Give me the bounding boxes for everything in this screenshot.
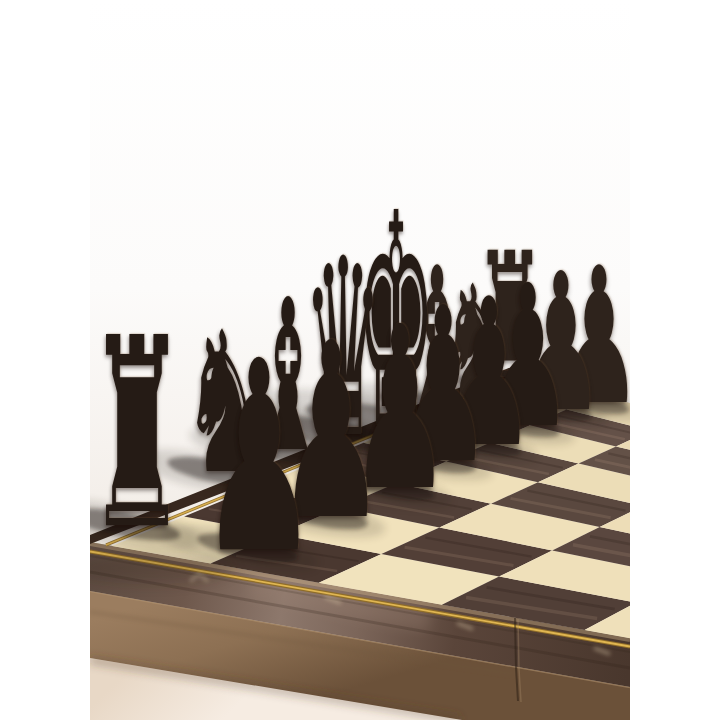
pieces-layer: ♜♞♝♛♚♝♞♜♟♟♟♟♟♟♟♟ [90,0,630,720]
chess-set-photo: ♜♞♝♛♚♝♞♜♟♟♟♟♟♟♟♟ [90,0,630,720]
piece-black-rook-a8[interactable]: ♜ [90,304,186,566]
piece-black-pawn-a7[interactable]: ♟ [200,326,318,590]
product-photo-canvas: ♜♞♝♛♚♝♞♜♟♟♟♟♟♟♟♟ [0,0,720,720]
